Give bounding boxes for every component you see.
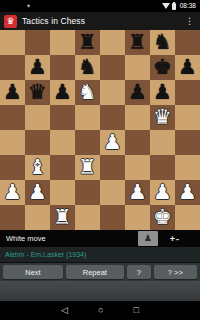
square-h1[interactable] [175, 205, 200, 230]
square-b6[interactable]: ♛ [25, 80, 50, 105]
square-e7[interactable] [100, 55, 125, 80]
white-pawn: ♟ [128, 180, 147, 205]
black-knight: ♞ [78, 55, 97, 80]
empty-area [0, 281, 200, 301]
clock: 08:38 [180, 0, 196, 12]
square-g7[interactable]: ♚ [150, 55, 175, 80]
move-indicator-bar: White move ♟ +‑ [0, 230, 200, 247]
square-a2[interactable]: ♟ [0, 180, 25, 205]
square-f3[interactable] [125, 155, 150, 180]
app-logo-icon: ♛ [4, 15, 17, 28]
square-e6[interactable] [100, 80, 125, 105]
square-g6[interactable]: ♟ [150, 80, 175, 105]
square-d1[interactable] [75, 205, 100, 230]
square-b1[interactable] [25, 205, 50, 230]
white-pawn: ♟ [28, 180, 47, 205]
square-g5[interactable]: ♛ [150, 105, 175, 130]
square-g4[interactable] [150, 130, 175, 155]
square-d2[interactable] [75, 180, 100, 205]
app-title: Tactics in Chess [22, 16, 85, 26]
square-a7[interactable] [0, 55, 25, 80]
square-e8[interactable] [100, 30, 125, 55]
square-e1[interactable] [100, 205, 125, 230]
home-icon[interactable]: ○ [98, 301, 103, 320]
square-g1[interactable]: ♚ [150, 205, 175, 230]
square-c1[interactable]: ♜ [50, 205, 75, 230]
square-h5[interactable] [175, 105, 200, 130]
square-f2[interactable]: ♟ [125, 180, 150, 205]
white-knight: ♞ [78, 80, 97, 105]
black-pawn: ♟ [28, 55, 47, 80]
app-window: ✦ 08:38 ♛ Tactics in Chess ⋮ ♜♜♞♟♞♚♟♟♛♟♞… [0, 0, 200, 320]
square-h8[interactable] [175, 30, 200, 55]
square-h6[interactable] [175, 80, 200, 105]
square-c7[interactable] [50, 55, 75, 80]
plus-minus-button[interactable]: +‑ [170, 234, 180, 244]
square-b7[interactable]: ♟ [25, 55, 50, 80]
square-d5[interactable] [75, 105, 100, 130]
square-c3[interactable] [50, 155, 75, 180]
black-pawn: ♟ [53, 80, 72, 105]
black-pawn: ♟ [178, 55, 197, 80]
square-c5[interactable] [50, 105, 75, 130]
white-pawn: ♟ [3, 180, 22, 205]
white-rook: ♜ [78, 155, 97, 180]
square-f8[interactable]: ♜ [125, 30, 150, 55]
black-pawn: ♟ [153, 80, 172, 105]
square-e3[interactable] [100, 155, 125, 180]
side-to-move-label: White move [6, 234, 46, 243]
black-rook: ♜ [128, 30, 147, 55]
chess-board: ♜♜♞♟♞♚♟♟♛♟♞♟♟♛♟♝♜♟♟♟♟♟♜♚ [0, 30, 200, 230]
square-h7[interactable]: ♟ [175, 55, 200, 80]
back-icon[interactable]: ◁ [61, 301, 68, 320]
square-f1[interactable] [125, 205, 150, 230]
piece-toggle-button[interactable]: ♟ [138, 231, 158, 246]
square-d4[interactable] [75, 130, 100, 155]
square-c8[interactable] [50, 30, 75, 55]
black-pawn: ♟ [3, 80, 22, 105]
hint-button[interactable]: ? [127, 265, 151, 279]
square-h4[interactable] [175, 130, 200, 155]
square-f6[interactable]: ♟ [125, 80, 150, 105]
square-a1[interactable] [0, 205, 25, 230]
white-pawn: ♟ [178, 180, 197, 205]
square-f7[interactable] [125, 55, 150, 80]
white-bishop: ♝ [28, 155, 47, 180]
white-pawn: ♟ [103, 130, 122, 155]
control-button-row: Next Repeat ? ? >> [0, 263, 200, 281]
square-e5[interactable] [100, 105, 125, 130]
wifi-icon [162, 3, 170, 9]
black-pawn: ♟ [128, 80, 147, 105]
black-knight: ♞ [153, 30, 172, 55]
square-b3[interactable]: ♝ [25, 155, 50, 180]
white-rook: ♜ [53, 205, 72, 230]
black-king: ♚ [153, 55, 172, 80]
square-e2[interactable] [100, 180, 125, 205]
square-d8[interactable]: ♜ [75, 30, 100, 55]
repeat-button[interactable]: Repeat [66, 265, 124, 279]
next-button[interactable]: Next [3, 265, 63, 279]
app-bar: ♛ Tactics in Chess ⋮ [0, 12, 200, 30]
square-c2[interactable] [50, 180, 75, 205]
square-b5[interactable] [25, 105, 50, 130]
overflow-menu-icon[interactable]: ⋮ [183, 12, 196, 30]
white-pawn: ♟ [153, 180, 172, 205]
black-queen: ♛ [28, 80, 47, 105]
status-bar: ✦ 08:38 [0, 0, 200, 12]
square-g3[interactable] [150, 155, 175, 180]
square-g8[interactable]: ♞ [150, 30, 175, 55]
puzzle-info-bar: Alehin - Em.Lasker (1934) [0, 247, 200, 263]
white-king: ♚ [153, 205, 172, 230]
black-rook: ♜ [78, 30, 97, 55]
solution-button[interactable]: ? >> [154, 265, 197, 279]
android-nav-bar: ◁ ○ □ [0, 301, 200, 320]
square-b2[interactable]: ♟ [25, 180, 50, 205]
square-a6[interactable]: ♟ [0, 80, 25, 105]
square-a5[interactable] [0, 105, 25, 130]
battery-icon [172, 3, 176, 10]
square-b8[interactable] [25, 30, 50, 55]
square-h2[interactable]: ♟ [175, 180, 200, 205]
puzzle-source-label: Alehin - Em.Lasker (1934) [5, 251, 86, 258]
square-a4[interactable] [0, 130, 25, 155]
square-g2[interactable]: ♟ [150, 180, 175, 205]
notification-icon: ✦ [26, 3, 31, 9]
square-a3[interactable] [0, 155, 25, 180]
square-d6[interactable]: ♞ [75, 80, 100, 105]
square-d3[interactable]: ♜ [75, 155, 100, 180]
square-b4[interactable] [25, 130, 50, 155]
square-c4[interactable] [50, 130, 75, 155]
square-h3[interactable] [175, 155, 200, 180]
square-a8[interactable] [0, 30, 25, 55]
recents-icon[interactable]: □ [133, 301, 138, 320]
square-f4[interactable] [125, 130, 150, 155]
square-f5[interactable] [125, 105, 150, 130]
square-d7[interactable]: ♞ [75, 55, 100, 80]
square-e4[interactable]: ♟ [100, 130, 125, 155]
white-queen: ♛ [153, 105, 172, 130]
square-c6[interactable]: ♟ [50, 80, 75, 105]
